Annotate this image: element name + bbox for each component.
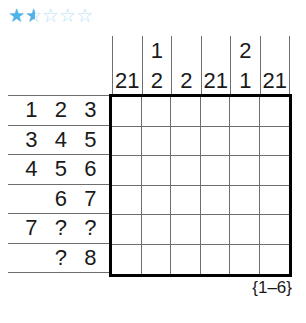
- row-clue-value: 5: [46, 155, 76, 184]
- grid-cell-r4c3[interactable]: [171, 186, 201, 216]
- grid-cell-r6c1[interactable]: [112, 245, 142, 275]
- grid-cell-r5c3[interactable]: [171, 215, 201, 245]
- row-clue-5: 7??: [8, 214, 112, 244]
- row-clue-value: 3: [76, 96, 106, 125]
- column-clue-value: 21: [113, 66, 142, 96]
- column-clue-4: 21: [202, 36, 232, 96]
- row-clue-value: 4: [17, 155, 47, 184]
- column-clue-value: 1: [143, 36, 172, 66]
- grid-cell-r3c5[interactable]: [230, 156, 260, 186]
- row-clue-value: [17, 244, 47, 273]
- grid-cell-r5c4[interactable]: [201, 215, 231, 245]
- row-clue-value: 5: [76, 126, 106, 155]
- grid-cell-r3c3[interactable]: [171, 156, 201, 186]
- grid-cell-r4c6[interactable]: [260, 186, 290, 216]
- row-clue-4: 67: [8, 185, 112, 215]
- column-clue-3: 2: [172, 36, 202, 96]
- column-clue-value: [202, 36, 231, 66]
- column-clue-value: 2: [231, 36, 260, 66]
- column-clue-value: [172, 36, 201, 66]
- row-clue-6: ?8: [8, 244, 112, 274]
- grid-cell-r6c3[interactable]: [171, 245, 201, 275]
- column-clue-5: 21: [231, 36, 261, 96]
- grid-cell-r3c2[interactable]: [142, 156, 172, 186]
- puzzle-board: [109, 94, 292, 277]
- grid-cell-r5c1[interactable]: [112, 215, 142, 245]
- grid-cell-r1c6[interactable]: [260, 97, 290, 127]
- column-clues: 21122212121: [112, 36, 290, 96]
- digit-range-label: {1–6}: [252, 278, 292, 298]
- grid-cell-r3c4[interactable]: [201, 156, 231, 186]
- column-clue-value: 21: [202, 66, 231, 96]
- grid-cell-r3c1[interactable]: [112, 156, 142, 186]
- column-clue-2: 12: [143, 36, 173, 96]
- row-clue-3: 456: [8, 155, 112, 185]
- column-clue-value: 21: [261, 66, 290, 96]
- grid-cell-r2c3[interactable]: [171, 127, 201, 157]
- grid-cell-r4c2[interactable]: [142, 186, 172, 216]
- star-outline-row: ☆☆☆☆☆: [8, 5, 93, 26]
- row-clue-value: 4: [46, 126, 76, 155]
- grid-cell-r1c5[interactable]: [230, 97, 260, 127]
- row-clue-value: 2: [46, 96, 76, 125]
- grid-cell-r6c6[interactable]: [260, 245, 290, 275]
- grid-cell-r5c2[interactable]: [142, 215, 172, 245]
- grid-cell-r6c2[interactable]: [142, 245, 172, 275]
- column-clue-value: 2: [172, 66, 201, 96]
- row-clue-2: 345: [8, 126, 112, 156]
- grid-cell-r1c3[interactable]: [171, 97, 201, 127]
- grid-cell-r1c1[interactable]: [112, 97, 142, 127]
- column-clue-value: [261, 36, 290, 66]
- row-clue-value: 7: [17, 214, 47, 243]
- row-clues: 123345456677???8: [8, 95, 112, 273]
- grid-cell-r2c5[interactable]: [230, 127, 260, 157]
- column-clue-6: 21: [261, 36, 291, 96]
- row-clue-value: 1: [17, 96, 47, 125]
- grid-cell-r5c6[interactable]: [260, 215, 290, 245]
- puzzle-page: ☆☆☆☆☆ ★★★★★ 21122212121 123345456677???8…: [0, 0, 306, 323]
- grid-cell-r4c5[interactable]: [230, 186, 260, 216]
- grid-cell-r6c4[interactable]: [201, 245, 231, 275]
- row-clue-value: ?: [46, 214, 76, 243]
- row-clue-value: 6: [46, 185, 76, 214]
- grid-cell-r4c1[interactable]: [112, 186, 142, 216]
- difficulty-stars: ☆☆☆☆☆ ★★★★★: [8, 4, 93, 28]
- row-clue-value: 7: [76, 185, 106, 214]
- grid-cell-r2c6[interactable]: [260, 127, 290, 157]
- grid-cell-r1c4[interactable]: [201, 97, 231, 127]
- grid-cell-r2c1[interactable]: [112, 127, 142, 157]
- board-grid: [112, 97, 289, 274]
- grid-cell-r3c6[interactable]: [260, 156, 290, 186]
- column-clue-1: 21: [113, 36, 143, 96]
- grid-cell-r2c2[interactable]: [142, 127, 172, 157]
- grid-cell-r4c4[interactable]: [201, 186, 231, 216]
- row-clue-value: 8: [76, 244, 106, 273]
- row-clue-1: 123: [8, 96, 112, 126]
- column-clue-value: 2: [143, 66, 172, 96]
- grid-cell-r1c2[interactable]: [142, 97, 172, 127]
- row-clue-value: 6: [76, 155, 106, 184]
- column-clue-value: [113, 36, 142, 66]
- grid-cell-r6c5[interactable]: [230, 245, 260, 275]
- row-clue-value: ?: [46, 244, 76, 273]
- grid-cell-r5c5[interactable]: [230, 215, 260, 245]
- row-clue-value: [17, 185, 47, 214]
- row-clue-value: ?: [76, 214, 106, 243]
- row-clue-value: 3: [17, 126, 47, 155]
- grid-cell-r2c4[interactable]: [201, 127, 231, 157]
- column-clue-value: 1: [231, 66, 260, 96]
